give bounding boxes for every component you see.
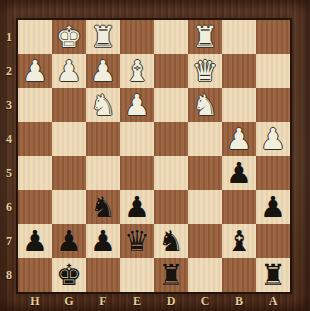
square-h8[interactable] [18, 258, 52, 292]
white-king-g1[interactable]: ♚ [56, 20, 82, 54]
black-knight-d7[interactable]: ♞ [158, 224, 184, 258]
square-e2[interactable]: ♝ [120, 54, 154, 88]
black-pawn-a6[interactable]: ♟ [260, 190, 286, 224]
square-g4[interactable] [52, 122, 86, 156]
square-a5[interactable] [256, 156, 290, 190]
file-label-f: F [86, 292, 120, 311]
square-c4[interactable] [188, 122, 222, 156]
square-b8[interactable] [222, 258, 256, 292]
black-pawn-b5[interactable]: ♟ [226, 156, 252, 190]
file-label-b: B [222, 292, 256, 311]
white-pawn-b4[interactable]: ♟ [226, 122, 252, 156]
square-e7[interactable]: ♛ [120, 224, 154, 258]
square-d3[interactable] [154, 88, 188, 122]
file-labels: HGFEDCBA [18, 292, 290, 311]
white-pawn-h2[interactable]: ♟ [22, 54, 48, 88]
square-b4[interactable]: ♟ [222, 122, 256, 156]
white-knight-f3[interactable]: ♞ [90, 88, 116, 122]
square-e6[interactable]: ♟ [120, 190, 154, 224]
square-b3[interactable] [222, 88, 256, 122]
square-d4[interactable] [154, 122, 188, 156]
white-bishop-e2[interactable]: ♝ [124, 54, 150, 88]
file-label-d: D [154, 292, 188, 311]
white-pawn-e3[interactable]: ♟ [124, 88, 150, 122]
square-f7[interactable]: ♟ [86, 224, 120, 258]
rank-label-8: 8 [0, 258, 18, 292]
square-d8[interactable]: ♜ [154, 258, 188, 292]
file-label-c: C [188, 292, 222, 311]
square-b6[interactable] [222, 190, 256, 224]
black-bishop-b7[interactable]: ♝ [226, 224, 252, 258]
square-e4[interactable] [120, 122, 154, 156]
square-f3[interactable]: ♞ [86, 88, 120, 122]
white-pawn-a4[interactable]: ♟ [260, 122, 286, 156]
square-d1[interactable] [154, 20, 188, 54]
black-pawn-f7[interactable]: ♟ [90, 224, 116, 258]
square-d5[interactable] [154, 156, 188, 190]
chess-board: ♚♜♜♟♟♟♝♛♞♟♞♟♟♟♞♟♟♟♟♟♛♞♝♚♜♜ [18, 20, 290, 292]
square-c3[interactable]: ♞ [188, 88, 222, 122]
white-queen-c2[interactable]: ♛ [192, 54, 218, 88]
square-h2[interactable]: ♟ [18, 54, 52, 88]
white-pawn-g2[interactable]: ♟ [56, 54, 82, 88]
square-b7[interactable]: ♝ [222, 224, 256, 258]
square-a1[interactable] [256, 20, 290, 54]
square-h4[interactable] [18, 122, 52, 156]
square-e1[interactable] [120, 20, 154, 54]
black-knight-f6[interactable]: ♞ [90, 190, 116, 224]
square-e5[interactable] [120, 156, 154, 190]
file-label-e: E [120, 292, 154, 311]
rank-label-1: 1 [0, 20, 18, 54]
square-g3[interactable] [52, 88, 86, 122]
square-f6[interactable]: ♞ [86, 190, 120, 224]
square-c7[interactable] [188, 224, 222, 258]
rank-label-6: 6 [0, 190, 18, 224]
square-a4[interactable]: ♟ [256, 122, 290, 156]
square-h7[interactable]: ♟ [18, 224, 52, 258]
black-rook-a8[interactable]: ♜ [260, 258, 286, 292]
square-e8[interactable] [120, 258, 154, 292]
black-pawn-e6[interactable]: ♟ [124, 190, 150, 224]
white-knight-c3[interactable]: ♞ [192, 88, 218, 122]
white-rook-c1[interactable]: ♜ [192, 20, 218, 54]
square-g5[interactable] [52, 156, 86, 190]
square-h3[interactable] [18, 88, 52, 122]
rank-labels: 12345678 [0, 20, 18, 292]
square-f1[interactable]: ♜ [86, 20, 120, 54]
file-label-h: H [18, 292, 52, 311]
black-queen-e7[interactable]: ♛ [124, 224, 150, 258]
square-b2[interactable] [222, 54, 256, 88]
rank-label-2: 2 [0, 54, 18, 88]
black-king-g8[interactable]: ♚ [56, 258, 82, 292]
square-f8[interactable] [86, 258, 120, 292]
square-g2[interactable]: ♟ [52, 54, 86, 88]
square-g6[interactable] [52, 190, 86, 224]
file-label-a: A [256, 292, 290, 311]
square-e3[interactable]: ♟ [120, 88, 154, 122]
white-pawn-f2[interactable]: ♟ [90, 54, 116, 88]
square-a7[interactable] [256, 224, 290, 258]
square-a6[interactable]: ♟ [256, 190, 290, 224]
square-h6[interactable] [18, 190, 52, 224]
rank-label-5: 5 [0, 156, 18, 190]
rank-label-7: 7 [0, 224, 18, 258]
white-rook-f1[interactable]: ♜ [90, 20, 116, 54]
square-a8[interactable]: ♜ [256, 258, 290, 292]
square-a2[interactable] [256, 54, 290, 88]
black-pawn-h7[interactable]: ♟ [22, 224, 48, 258]
square-f2[interactable]: ♟ [86, 54, 120, 88]
square-h1[interactable] [18, 20, 52, 54]
square-b1[interactable] [222, 20, 256, 54]
square-a3[interactable] [256, 88, 290, 122]
file-label-g: G [52, 292, 86, 311]
square-d6[interactable] [154, 190, 188, 224]
rank-label-4: 4 [0, 122, 18, 156]
square-g8[interactable]: ♚ [52, 258, 86, 292]
square-g1[interactable]: ♚ [52, 20, 86, 54]
rank-label-3: 3 [0, 88, 18, 122]
black-pawn-g7[interactable]: ♟ [56, 224, 82, 258]
square-f4[interactable] [86, 122, 120, 156]
square-c6[interactable] [188, 190, 222, 224]
square-c8[interactable] [188, 258, 222, 292]
square-c2[interactable]: ♛ [188, 54, 222, 88]
square-f5[interactable] [86, 156, 120, 190]
square-d2[interactable] [154, 54, 188, 88]
square-g7[interactable]: ♟ [52, 224, 86, 258]
square-c5[interactable] [188, 156, 222, 190]
square-c1[interactable]: ♜ [188, 20, 222, 54]
board-frame: 12345678 HGFEDCBA ♚♜♜♟♟♟♝♛♞♟♞♟♟♟♞♟♟♟♟♟♛♞… [0, 0, 310, 311]
square-d7[interactable]: ♞ [154, 224, 188, 258]
black-rook-d8[interactable]: ♜ [158, 258, 184, 292]
square-b5[interactable]: ♟ [222, 156, 256, 190]
square-h5[interactable] [18, 156, 52, 190]
